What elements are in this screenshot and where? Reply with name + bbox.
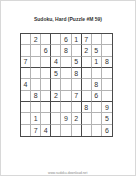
cell-r4c9 [102,68,112,79]
cell-r5c2 [31,79,41,90]
cell-r6c8: 6 [92,91,102,102]
cell-r6c5 [61,91,71,102]
cell-r2c5: 8 [61,45,71,56]
cell-r9c3: 4 [41,125,51,136]
cell-r7c8 [92,102,102,113]
cell-r2c6 [72,45,82,56]
cell-r7c2 [31,102,41,113]
footer-url: www.sudoku-download.net [48,171,87,174]
cell-r2c9 [102,45,112,56]
cell-r9c8 [92,125,102,136]
cell-r3c2 [31,57,41,68]
cell-r4c6: 8 [72,68,82,79]
cell-r9c1 [21,125,31,136]
cell-r9c2: 7 [31,125,41,136]
cell-r4c3 [41,68,51,79]
cell-r4c1 [21,68,31,79]
cell-r3c7 [82,57,92,68]
cell-r5c8: 8 [92,79,102,90]
cell-r6c3 [41,91,51,102]
cell-r7c4 [51,102,61,113]
footer: www.sudoku-download.net [1,161,135,176]
cell-r4c4: 5 [51,68,61,79]
cell-r6c2: 8 [31,91,41,102]
cell-r8c9: 5 [102,113,112,124]
cell-r5c5 [61,79,71,90]
cell-r1c5: 6 [61,34,71,45]
cell-r9c9: 6 [102,125,112,136]
cell-r8c7 [82,113,92,124]
cell-r6c1 [21,91,31,102]
cell-r6c7 [82,91,92,102]
cell-r1c7: 7 [82,34,92,45]
cell-r9c5 [61,125,71,136]
cell-r2c7: 2 [82,45,92,56]
cell-r1c1 [21,34,31,45]
cell-r3c6: 5 [72,57,82,68]
page-title: Sudoku, Hard (Puzzle #M 59) [1,16,135,22]
cell-r9c4 [51,125,61,136]
cell-r1c3 [41,34,51,45]
cell-r8c4 [51,113,61,124]
cell-r8c5: 9 [61,113,71,124]
cell-r7c3 [41,102,51,113]
cell-r2c1 [21,45,31,56]
cell-r8c6: 2 [72,113,82,124]
cell-r5c1: 4 [21,79,31,90]
cell-r3c9: 8 [102,57,112,68]
cell-r3c8: 1 [92,57,102,68]
cell-r1c2: 2 [31,34,41,45]
cell-r8c3 [41,113,51,124]
cell-r2c8: 5 [92,45,102,56]
cell-r6c9 [102,91,112,102]
cell-r2c2 [31,45,41,56]
cell-r4c7 [82,68,92,79]
cell-r1c8 [92,34,102,45]
cell-r4c5 [61,68,71,79]
cell-r7c1 [21,102,31,113]
cell-r7c5 [61,102,71,113]
cell-r1c4 [51,34,61,45]
cell-r4c2 [31,68,41,79]
cell-r8c8 [92,113,102,124]
cell-r1c6: 1 [72,34,82,45]
cell-r5c4 [51,79,61,90]
cell-r3c5 [61,57,71,68]
cell-r7c6 [72,102,82,113]
cell-r5c6 [72,79,82,90]
cell-r8c2: 1 [31,113,41,124]
cell-r5c3 [41,79,51,90]
cell-r9c7 [82,125,92,136]
cell-r3c3 [41,57,51,68]
cell-r4c8 [92,68,102,79]
cell-r5c9 [102,79,112,90]
cell-r8c1 [21,113,31,124]
cell-r2c4 [51,45,61,56]
cell-r7c7: 8 [82,102,92,113]
cell-r5c7 [82,79,92,90]
cell-r7c9: 9 [102,102,112,113]
cell-r6c6: 7 [72,91,82,102]
cell-r2c3: 6 [41,45,51,56]
cell-r9c6 [72,125,82,136]
sudoku-page: { "game": "sudoku", "page": { "title": "… [0,0,136,176]
cell-r3c1: 7 [21,57,31,68]
cell-r1c9 [102,34,112,45]
sudoku-grid: 261768257451858488276891925746 [20,33,113,137]
cell-r6c4: 2 [51,91,61,102]
cell-r3c4: 4 [51,57,61,68]
